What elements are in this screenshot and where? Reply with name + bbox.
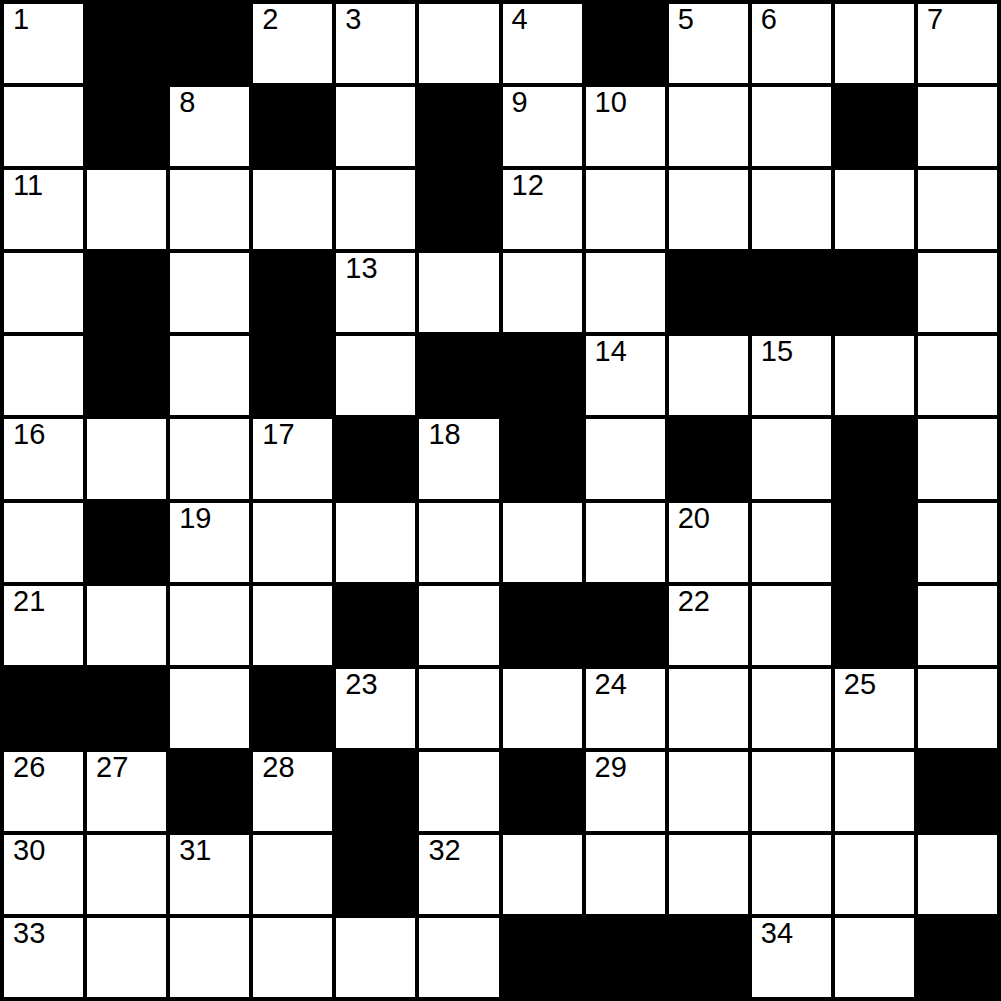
cell-r6c7[interactable]: [586, 503, 665, 582]
cell-r10c3[interactable]: [253, 835, 332, 914]
black-cell-r7c7: [586, 586, 665, 665]
cell-r11c1[interactable]: [87, 918, 166, 997]
black-cell-r1c1: [87, 87, 166, 166]
cell-r2c9[interactable]: [752, 170, 831, 249]
cell-r10c2[interactable]: 31: [170, 835, 249, 914]
black-cell-r6c10: [835, 503, 914, 582]
clue-number-29: 29: [595, 753, 627, 782]
cell-r2c11[interactable]: [918, 170, 997, 249]
crossword-board: 1234567891011121314151617181920212223242…: [0, 0, 1001, 1001]
cell-r10c5[interactable]: 32: [419, 835, 498, 914]
cell-r9c8[interactable]: [669, 752, 748, 831]
black-cell-r5c4: [336, 419, 415, 498]
cell-r7c11[interactable]: [918, 586, 997, 665]
cell-r2c10[interactable]: [835, 170, 914, 249]
black-cell-r3c8: [669, 253, 748, 332]
clue-number-34: 34: [761, 919, 793, 948]
cell-r7c5[interactable]: [419, 586, 498, 665]
cell-r11c2[interactable]: [170, 918, 249, 997]
cell-r0c11[interactable]: 7: [918, 4, 997, 83]
cell-r11c5[interactable]: [419, 918, 498, 997]
cell-r8c8[interactable]: [669, 669, 748, 748]
cell-r3c5[interactable]: [419, 253, 498, 332]
cell-r9c7[interactable]: 29: [586, 752, 665, 831]
black-cell-r1c10: [835, 87, 914, 166]
clue-number-19: 19: [179, 504, 211, 533]
clue-number-10: 10: [595, 88, 627, 117]
cell-r8c10[interactable]: 25: [835, 669, 914, 748]
cell-r4c8[interactable]: [669, 336, 748, 415]
clue-number-24: 24: [595, 670, 627, 699]
cell-r8c7[interactable]: 24: [586, 669, 665, 748]
black-cell-r3c10: [835, 253, 914, 332]
cell-r0c6[interactable]: 4: [503, 4, 582, 83]
cell-r0c8[interactable]: 5: [669, 4, 748, 83]
clue-number-8: 8: [179, 88, 195, 117]
cell-r7c2[interactable]: [170, 586, 249, 665]
cell-r10c10[interactable]: [835, 835, 914, 914]
cell-r9c1[interactable]: 27: [87, 752, 166, 831]
cell-r6c8[interactable]: 20: [669, 503, 748, 582]
cell-r3c2[interactable]: [170, 253, 249, 332]
cell-r11c4[interactable]: [336, 918, 415, 997]
cell-r4c0[interactable]: [4, 336, 83, 415]
cell-r5c0[interactable]: 16: [4, 419, 83, 498]
clue-number-15: 15: [761, 337, 793, 366]
cell-r3c4[interactable]: 13: [336, 253, 415, 332]
cell-r8c6[interactable]: [503, 669, 582, 748]
cell-r2c4[interactable]: [336, 170, 415, 249]
black-cell-r4c3: [253, 336, 332, 415]
cell-r8c2[interactable]: [170, 669, 249, 748]
cell-r0c4[interactable]: 3: [336, 4, 415, 83]
cell-r1c6[interactable]: 9: [503, 87, 582, 166]
cell-r10c1[interactable]: [87, 835, 166, 914]
cell-r9c9[interactable]: [752, 752, 831, 831]
cell-r10c6[interactable]: [503, 835, 582, 914]
black-cell-r6c1: [87, 503, 166, 582]
black-cell-r0c1: [87, 4, 166, 83]
cell-r7c8[interactable]: 22: [669, 586, 748, 665]
cell-r9c0[interactable]: 26: [4, 752, 83, 831]
black-cell-r9c4: [336, 752, 415, 831]
clue-number-30: 30: [13, 836, 45, 865]
cell-r6c2[interactable]: 19: [170, 503, 249, 582]
cell-r7c0[interactable]: 21: [4, 586, 83, 665]
black-cell-r7c10: [835, 586, 914, 665]
cell-r9c5[interactable]: [419, 752, 498, 831]
cell-r10c7[interactable]: [586, 835, 665, 914]
clue-number-31: 31: [179, 836, 211, 865]
black-cell-r8c3: [253, 669, 332, 748]
cell-r5c9[interactable]: [752, 419, 831, 498]
clue-number-26: 26: [13, 753, 45, 782]
clue-number-3: 3: [345, 5, 361, 34]
cell-r7c9[interactable]: [752, 586, 831, 665]
black-cell-r10c4: [336, 835, 415, 914]
cell-r11c9[interactable]: 34: [752, 918, 831, 997]
cell-r0c10[interactable]: [835, 4, 914, 83]
cell-r6c4[interactable]: [336, 503, 415, 582]
cell-r5c1[interactable]: [87, 419, 166, 498]
black-cell-r0c2: [170, 4, 249, 83]
cell-r2c8[interactable]: [669, 170, 748, 249]
cell-r1c11[interactable]: [918, 87, 997, 166]
black-cell-r11c6: [503, 918, 582, 997]
cell-r1c2[interactable]: 8: [170, 87, 249, 166]
black-cell-r4c5: [419, 336, 498, 415]
cell-r11c10[interactable]: [835, 918, 914, 997]
cell-r3c0[interactable]: [4, 253, 83, 332]
cell-r6c9[interactable]: [752, 503, 831, 582]
cell-r6c11[interactable]: [918, 503, 997, 582]
black-cell-r8c1: [87, 669, 166, 748]
cell-r1c7[interactable]: 10: [586, 87, 665, 166]
clue-number-17: 17: [262, 420, 294, 449]
clue-number-7: 7: [927, 5, 943, 34]
black-cell-r9c6: [503, 752, 582, 831]
cell-r6c3[interactable]: [253, 503, 332, 582]
cell-r8c9[interactable]: [752, 669, 831, 748]
clue-number-11: 11: [13, 171, 43, 200]
cell-r2c7[interactable]: [586, 170, 665, 249]
clue-number-21: 21: [13, 587, 45, 616]
clue-number-23: 23: [345, 670, 377, 699]
cell-r4c9[interactable]: 15: [752, 336, 831, 415]
black-cell-r11c11: [918, 918, 997, 997]
black-cell-r3c3: [253, 253, 332, 332]
cell-r7c3[interactable]: [253, 586, 332, 665]
clue-number-25: 25: [844, 670, 876, 699]
black-cell-r8c0: [4, 669, 83, 748]
clue-number-12: 12: [512, 171, 544, 200]
black-cell-r2c5: [419, 170, 498, 249]
cell-r3c6[interactable]: [503, 253, 582, 332]
clue-number-9: 9: [512, 88, 528, 117]
cell-r6c0[interactable]: [4, 503, 83, 582]
cell-r4c7[interactable]: 14: [586, 336, 665, 415]
cell-r8c11[interactable]: [918, 669, 997, 748]
cell-r9c10[interactable]: [835, 752, 914, 831]
cell-r2c6[interactable]: 12: [503, 170, 582, 249]
cell-r6c5[interactable]: [419, 503, 498, 582]
clue-number-5: 5: [678, 5, 694, 34]
black-cell-r0c7: [586, 4, 665, 83]
clue-number-13: 13: [345, 254, 377, 283]
cell-r2c2[interactable]: [170, 170, 249, 249]
cell-r5c2[interactable]: [170, 419, 249, 498]
black-cell-r5c8: [669, 419, 748, 498]
cell-r9c3[interactable]: 28: [253, 752, 332, 831]
cell-r5c5[interactable]: 18: [419, 419, 498, 498]
cell-r5c7[interactable]: [586, 419, 665, 498]
clue-number-1: 1: [13, 5, 29, 34]
clue-number-22: 22: [678, 587, 710, 616]
cell-r4c11[interactable]: [918, 336, 997, 415]
cell-r10c0[interactable]: 30: [4, 835, 83, 914]
cell-r1c4[interactable]: [336, 87, 415, 166]
cell-r3c7[interactable]: [586, 253, 665, 332]
cell-r11c3[interactable]: [253, 918, 332, 997]
cell-r5c3[interactable]: 17: [253, 419, 332, 498]
cell-r10c8[interactable]: [669, 835, 748, 914]
black-cell-r9c11: [918, 752, 997, 831]
black-cell-r11c8: [669, 918, 748, 997]
cell-r8c5[interactable]: [419, 669, 498, 748]
cell-r10c9[interactable]: [752, 835, 831, 914]
black-cell-r5c6: [503, 419, 582, 498]
black-cell-r1c5: [419, 87, 498, 166]
cell-r7c1[interactable]: [87, 586, 166, 665]
cell-r2c1[interactable]: [87, 170, 166, 249]
black-cell-r7c4: [336, 586, 415, 665]
cell-r1c0[interactable]: [4, 87, 83, 166]
cell-r4c2[interactable]: [170, 336, 249, 415]
cell-r0c3[interactable]: 2: [253, 4, 332, 83]
black-cell-r9c2: [170, 752, 249, 831]
black-cell-r1c3: [253, 87, 332, 166]
cell-r0c9[interactable]: 6: [752, 4, 831, 83]
cell-r0c0[interactable]: 1: [4, 4, 83, 83]
cell-r11c0[interactable]: 33: [4, 918, 83, 997]
cell-r10c11[interactable]: [918, 835, 997, 914]
clue-number-20: 20: [678, 504, 710, 533]
cell-r4c10[interactable]: [835, 336, 914, 415]
cell-r2c0[interactable]: 11: [4, 170, 83, 249]
black-cell-r3c9: [752, 253, 831, 332]
cell-r1c8[interactable]: [669, 87, 748, 166]
clue-number-4: 4: [512, 5, 528, 34]
cell-r8c4[interactable]: 23: [336, 669, 415, 748]
clue-number-14: 14: [595, 337, 627, 366]
clue-number-2: 2: [262, 5, 278, 34]
black-cell-r11c7: [586, 918, 665, 997]
clue-number-28: 28: [262, 753, 294, 782]
black-cell-r7c6: [503, 586, 582, 665]
black-cell-r5c10: [835, 419, 914, 498]
cell-r5c11[interactable]: [918, 419, 997, 498]
clue-number-27: 27: [96, 753, 128, 782]
cell-r0c5[interactable]: [419, 4, 498, 83]
clue-number-33: 33: [13, 919, 45, 948]
cell-r4c4[interactable]: [336, 336, 415, 415]
clue-number-18: 18: [428, 420, 460, 449]
clue-number-16: 16: [13, 420, 45, 449]
black-cell-r4c6: [503, 336, 582, 415]
black-cell-r3c1: [87, 253, 166, 332]
cell-r6c6[interactable]: [503, 503, 582, 582]
cell-r2c3[interactable]: [253, 170, 332, 249]
clue-number-6: 6: [761, 5, 777, 34]
cell-r1c9[interactable]: [752, 87, 831, 166]
clue-number-32: 32: [428, 836, 460, 865]
cell-r3c11[interactable]: [918, 253, 997, 332]
black-cell-r4c1: [87, 336, 166, 415]
